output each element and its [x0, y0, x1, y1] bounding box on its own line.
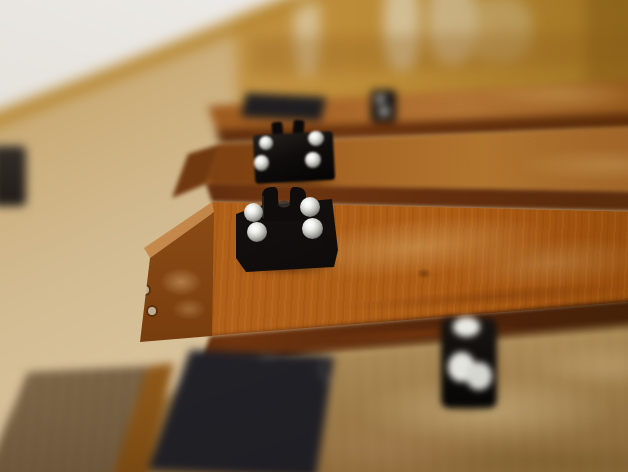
- bracket-focal-group: [0, 0, 628, 472]
- bracket-focal-screw: [300, 197, 320, 217]
- bracket-focal-screw: [247, 222, 267, 242]
- bracket-focal-screw: [244, 203, 263, 222]
- photo-canvas: [0, 0, 628, 472]
- bracket-focal-screw: [302, 218, 323, 239]
